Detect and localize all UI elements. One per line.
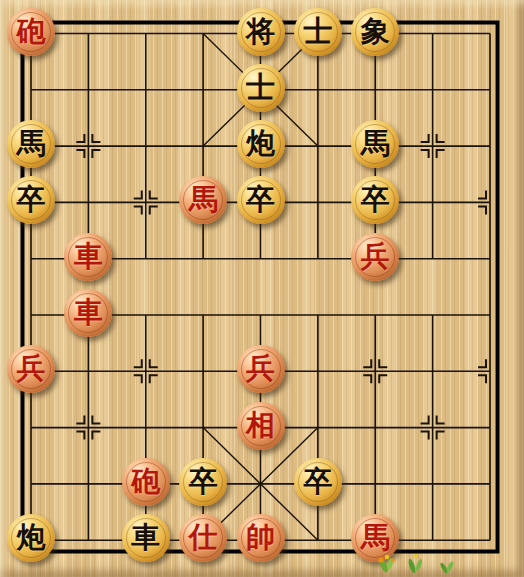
piece-black-chariot[interactable]: 車 [122,514,170,562]
piece-character: 車 [74,288,103,336]
piece-red-cannon[interactable]: 砲 [7,8,55,56]
piece-character: 象 [361,7,390,55]
piece-character: 車 [74,232,103,280]
piece-red-advisor[interactable]: 仕 [179,514,227,562]
piece-black-horse[interactable]: 馬 [7,120,55,168]
piece-black-elephant[interactable]: 象 [351,8,399,56]
piece-character: 仕 [189,513,218,561]
piece-black-soldier[interactable]: 卒 [179,458,227,506]
piece-character: 兵 [246,344,275,392]
piece-red-horse[interactable]: 馬 [179,176,227,224]
piece-black-horse[interactable]: 馬 [351,120,399,168]
piece-red-cannon[interactable]: 砲 [122,458,170,506]
piece-character: 兵 [361,232,390,280]
piece-character: 砲 [131,457,160,505]
piece-red-chariot[interactable]: 車 [64,289,112,337]
piece-black-soldier[interactable]: 卒 [351,176,399,224]
pieces-layer: 砲将士象士馬炮馬卒馬卒卒車兵車兵兵相砲卒卒炮車仕帥馬 [0,0,524,577]
piece-character: 卒 [17,175,46,223]
piece-character: 馬 [189,175,218,223]
piece-black-advisor[interactable]: 士 [294,8,342,56]
piece-character: 卒 [303,457,332,505]
piece-red-general[interactable]: 帥 [237,514,285,562]
piece-character: 馬 [361,119,390,167]
plant-decoration [374,548,484,577]
xiangqi-board[interactable]: 砲将士象士馬炮馬卒馬卒卒車兵車兵兵相砲卒卒炮車仕帥馬 [0,0,524,577]
piece-black-advisor[interactable]: 士 [237,64,285,112]
piece-black-soldier[interactable]: 卒 [7,176,55,224]
piece-character: 士 [246,63,275,111]
piece-character: 炮 [246,119,275,167]
piece-character: 車 [131,513,160,561]
piece-red-soldier[interactable]: 兵 [7,345,55,393]
piece-character: 相 [246,401,275,449]
piece-character: 士 [303,7,332,55]
piece-character: 将 [246,7,275,55]
piece-black-soldier[interactable]: 卒 [237,176,285,224]
piece-red-soldier[interactable]: 兵 [351,233,399,281]
piece-character: 兵 [17,344,46,392]
piece-character: 帥 [246,513,275,561]
piece-red-chariot[interactable]: 車 [64,233,112,281]
piece-character: 砲 [17,7,46,55]
piece-character: 馬 [17,119,46,167]
piece-black-cannon[interactable]: 炮 [237,120,285,168]
piece-black-soldier[interactable]: 卒 [294,458,342,506]
piece-black-cannon[interactable]: 炮 [7,514,55,562]
piece-character: 卒 [246,175,275,223]
piece-black-general[interactable]: 将 [237,8,285,56]
piece-red-elephant[interactable]: 相 [237,402,285,450]
piece-character: 卒 [189,457,218,505]
piece-character: 炮 [17,513,46,561]
piece-red-soldier[interactable]: 兵 [237,345,285,393]
piece-character: 卒 [361,175,390,223]
